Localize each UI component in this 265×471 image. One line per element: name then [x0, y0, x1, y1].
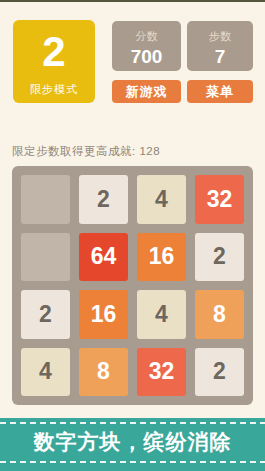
tile-16: 16: [137, 233, 186, 282]
mode-tile-value: 2: [42, 31, 65, 73]
tile-2: 2: [195, 348, 244, 397]
tile-4: 4: [137, 290, 186, 339]
board[interactable]: 2432641622164848322: [12, 166, 253, 405]
empty-cell: [21, 175, 70, 224]
new-game-button[interactable]: 新游戏: [112, 80, 181, 103]
steps-label: 步数: [187, 29, 253, 44]
tile-4: 4: [21, 348, 70, 397]
tile-2: 2: [21, 290, 70, 339]
top-border-line: [0, 0, 265, 2]
tile-2: 2: [195, 233, 244, 282]
tile-32: 32: [137, 348, 186, 397]
banner-dashed-line-bottom: [0, 461, 265, 463]
app-screen: 2 限步模式 分数 700 步数 7 新游戏 菜单 限定步数取得更高成就: 12…: [0, 0, 265, 471]
achievement-text: 限定步数取得更高成就: 128: [12, 144, 160, 159]
promo-banner: 数字方块，缤纷消除: [0, 418, 265, 471]
empty-cell: [21, 233, 70, 282]
score-value: 700: [112, 46, 181, 68]
score-box: 分数 700: [112, 21, 181, 71]
tile-8: 8: [79, 348, 128, 397]
mode-tile: 2 限步模式: [13, 20, 95, 103]
mode-tile-label: 限步模式: [30, 82, 78, 97]
banner-text: 数字方块，缤纷消除: [34, 428, 232, 456]
tile-8: 8: [195, 290, 244, 339]
tile-16: 16: [79, 290, 128, 339]
score-label: 分数: [112, 29, 181, 44]
steps-value: 7: [187, 46, 253, 68]
menu-button[interactable]: 菜单: [187, 80, 253, 103]
tile-2: 2: [79, 175, 128, 224]
banner-dashed-line-top: [0, 422, 265, 424]
steps-box: 步数 7: [187, 21, 253, 71]
tile-4: 4: [137, 175, 186, 224]
tile-32: 32: [195, 175, 244, 224]
tile-64: 64: [79, 233, 128, 282]
